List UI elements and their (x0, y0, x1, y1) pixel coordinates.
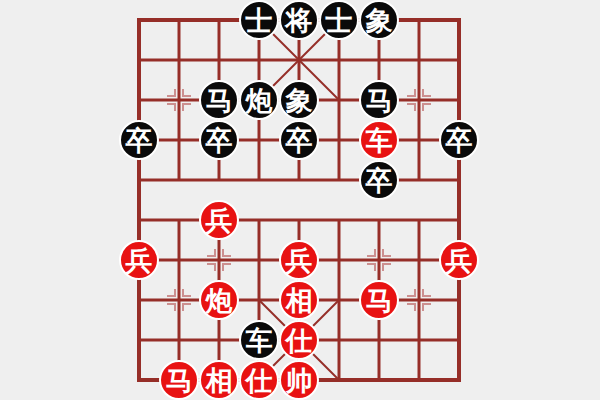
piece-red-advisor[interactable]: 仕 (239, 360, 279, 400)
piece-red-cannon[interactable]: 炮 (199, 280, 239, 320)
piece-red-horse[interactable]: 马 (159, 360, 199, 400)
piece-red-general[interactable]: 帅 (279, 360, 319, 400)
piece-black-elephant[interactable]: 象 (359, 0, 399, 40)
piece-red-soldier[interactable]: 兵 (119, 240, 159, 280)
xiangqi-board: 士将士象马炮象马卒卒卒车卒卒兵兵兵兵炮相马车仕马相仕帅 (0, 0, 600, 400)
piece-black-soldier[interactable]: 卒 (119, 120, 159, 160)
piece-black-cannon[interactable]: 炮 (239, 80, 279, 120)
piece-red-chariot[interactable]: 车 (359, 120, 399, 160)
piece-red-soldier[interactable]: 兵 (199, 200, 239, 240)
piece-red-soldier[interactable]: 兵 (439, 240, 479, 280)
piece-black-soldier[interactable]: 卒 (199, 120, 239, 160)
piece-black-advisor[interactable]: 士 (319, 0, 359, 40)
piece-black-soldier[interactable]: 卒 (359, 160, 399, 200)
piece-red-soldier[interactable]: 兵 (279, 240, 319, 280)
piece-black-soldier[interactable]: 卒 (439, 120, 479, 160)
piece-red-elephant[interactable]: 相 (279, 280, 319, 320)
piece-red-horse[interactable]: 马 (359, 280, 399, 320)
piece-black-chariot[interactable]: 车 (239, 320, 279, 360)
piece-black-general[interactable]: 将 (279, 0, 319, 40)
piece-red-advisor[interactable]: 仕 (279, 320, 319, 360)
pieces-layer: 士将士象马炮象马卒卒卒车卒卒兵兵兵兵炮相马车仕马相仕帅 (0, 0, 600, 400)
piece-black-soldier[interactable]: 卒 (279, 120, 319, 160)
piece-black-advisor[interactable]: 士 (239, 0, 279, 40)
piece-red-elephant[interactable]: 相 (199, 360, 239, 400)
piece-black-horse[interactable]: 马 (359, 80, 399, 120)
piece-black-horse[interactable]: 马 (199, 80, 239, 120)
piece-black-elephant[interactable]: 象 (279, 80, 319, 120)
